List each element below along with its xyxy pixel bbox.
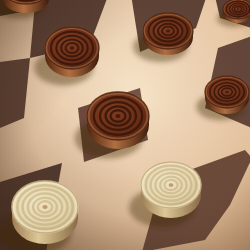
piece-center-dot <box>42 205 47 209</box>
piece-center-dot <box>169 183 174 187</box>
piece-center-dot <box>70 46 74 49</box>
checkers-photo <box>0 0 250 250</box>
piece-center-dot <box>116 114 121 118</box>
piece-center-dot <box>225 91 229 94</box>
checkers-board <box>0 0 250 250</box>
piece-center-dot <box>237 8 239 10</box>
piece-center-dot <box>166 30 170 33</box>
